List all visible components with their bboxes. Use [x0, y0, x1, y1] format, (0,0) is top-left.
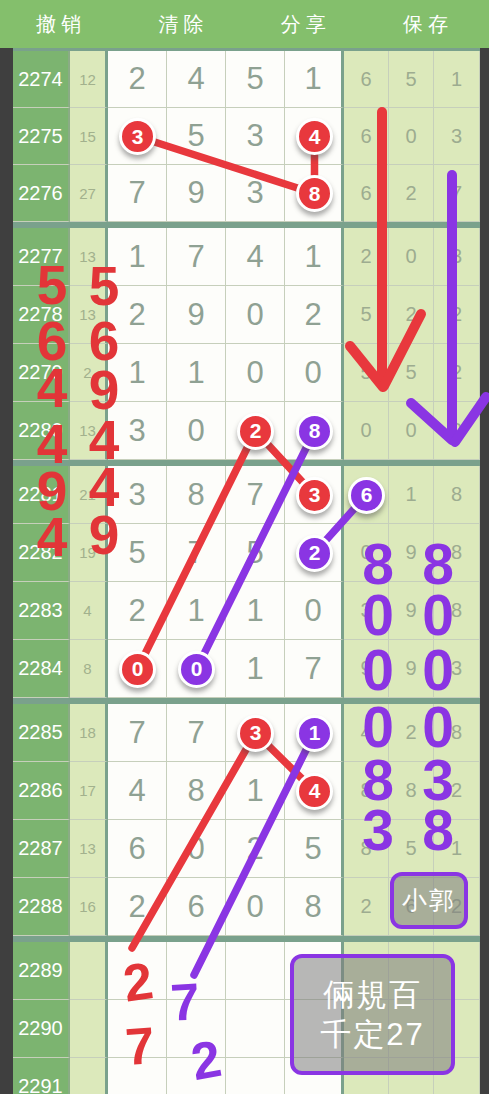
cell-2274-r1: 6: [344, 51, 389, 108]
cell-2276-d2: 9: [167, 165, 226, 222]
cell-2288-d2: 6: [167, 878, 226, 936]
period-2286: 2286: [13, 762, 70, 820]
sum-2286: 17: [70, 762, 108, 820]
grid-row-2277: 2277131741203: [13, 228, 480, 286]
handwritten-red-4: 4: [37, 361, 68, 416]
handwritten-red-5: 5: [89, 259, 120, 314]
cell-2286-d1: 4: [108, 762, 167, 820]
grid-row-2282: 2282195752098: [13, 524, 480, 582]
cell-2287-d4: 5: [285, 820, 344, 878]
cell-2285-d1: 7: [108, 704, 167, 762]
sum-2287: 13: [70, 820, 108, 878]
note-sticker-line1: 倆規百: [323, 975, 422, 1015]
cell-2281-d3: 7: [226, 466, 285, 524]
period-2285: 2285: [13, 704, 70, 762]
name-sticker[interactable]: 小郭: [390, 872, 468, 929]
sum-2275: 15: [70, 108, 108, 165]
grid-row-2279: 227921100552: [13, 344, 480, 402]
cell-2276-d3: 3: [226, 165, 285, 222]
handwritten-red-5: 5: [37, 258, 68, 313]
grid-row-2278: 2278132902522: [13, 286, 480, 344]
cell-2277-d3: 4: [226, 228, 285, 286]
cell-2284-d4: 7: [285, 640, 344, 698]
cell-2286-d3: 1: [226, 762, 285, 820]
handwritten-purple-0: 0: [362, 587, 394, 644]
cell-2283-d3: 1: [226, 582, 285, 640]
cell-2274-d1: 2: [108, 51, 167, 108]
handwritten-red-9: 9: [89, 508, 120, 563]
cell-2287-d1: 6: [108, 820, 167, 878]
cell-2283-d1: 2: [108, 582, 167, 640]
grid-row-2287: 2287136025851: [13, 820, 480, 878]
lottery-chart-app: 撤销 清除 分享 保存 2274122451651227515353460322…: [0, 0, 489, 1094]
circled-red-4-2275-d4: 4: [296, 118, 333, 155]
sum-2290: [70, 1000, 108, 1058]
cell-2274-d3: 5: [226, 51, 285, 108]
cell-2277-r2: 0: [389, 228, 434, 286]
period-2290: 2290: [13, 1000, 70, 1058]
cell-2277-r1: 2: [344, 228, 389, 286]
undo-button[interactable]: 撤销: [36, 11, 86, 38]
cell-2277-d4: 1: [285, 228, 344, 286]
circled-red-2-2280-d3: 2: [237, 413, 274, 450]
handwritten-purple-3: 3: [362, 802, 394, 859]
cell-2281-d2: 8: [167, 466, 226, 524]
sum-2288: 16: [70, 878, 108, 936]
period-2274: 2274: [13, 51, 70, 108]
cell-2288-d1: 2: [108, 878, 167, 936]
note-sticker-line2: 千定27: [320, 1015, 424, 1055]
handwritten-purple-0: 0: [422, 587, 454, 644]
grid-row-2275: 2275153534603: [13, 108, 480, 165]
sum-2285: 18: [70, 704, 108, 762]
cell-2278-r3: 2: [434, 286, 480, 344]
circled-red-0-2284-d1: 0: [119, 651, 156, 688]
period-2288: 2288: [13, 878, 70, 936]
cell-2288-r1: 2: [344, 878, 389, 936]
cell-2279-r1: 5: [344, 344, 389, 402]
cell-2278-d2: 9: [167, 286, 226, 344]
cell-2275-r1: 6: [344, 108, 389, 165]
cell-2284-d3: 1: [226, 640, 285, 698]
cell-2291-d3: [226, 1058, 285, 1094]
cell-2278-d4: 2: [285, 286, 344, 344]
grid-row-2286: 2286174814882: [13, 762, 480, 820]
cell-2280-r3: 0: [434, 402, 480, 460]
cell-2274-d2: 4: [167, 51, 226, 108]
handwritten-red-4: 4: [37, 510, 68, 565]
cell-2288-d3: 0: [226, 878, 285, 936]
cell-2275-d3: 3: [226, 108, 285, 165]
cell-2280-d2: 0: [167, 402, 226, 460]
period-2275: 2275: [13, 108, 70, 165]
circled-red-8-2276-d4: 8: [296, 175, 333, 212]
cell-2288-d4: 8: [285, 878, 344, 936]
grid-row-2276: 2276277938627: [13, 165, 480, 222]
circled-purple-6-2281-r1: 6: [348, 477, 385, 514]
grid-row-2274: 2274122451651: [13, 51, 480, 108]
circled-red-3-2285-d3: 3: [237, 715, 274, 752]
cell-2276-r2: 2: [389, 165, 434, 222]
handwritten-red-7: 7: [124, 1019, 156, 1073]
cell-2278-r1: 5: [344, 286, 389, 344]
period-2289: 2289: [13, 942, 70, 1000]
cell-2290-d3: [226, 1000, 285, 1058]
handwritten-purple-7: 7: [169, 975, 201, 1028]
save-button[interactable]: 保存: [403, 11, 453, 38]
cell-2287-d2: 0: [167, 820, 226, 878]
cell-2282-d2: 7: [167, 524, 226, 582]
cell-2283-d4: 0: [285, 582, 344, 640]
period-2287: 2287: [13, 820, 70, 878]
cell-2274-d4: 1: [285, 51, 344, 108]
circled-red-4-2286-d4: 4: [296, 773, 333, 810]
period-2284: 2284: [13, 640, 70, 698]
sum-2291: [70, 1058, 108, 1094]
cell-2278-r2: 2: [389, 286, 434, 344]
circled-red-3-2275-d1: 3: [119, 118, 156, 155]
cell-2275-r2: 0: [389, 108, 434, 165]
share-button[interactable]: 分享: [281, 11, 331, 38]
cell-2278-d3: 0: [226, 286, 285, 344]
grid-row-2281: 2281213873618: [13, 466, 480, 524]
cell-2289-d3: [226, 942, 285, 1000]
handwritten-purple-0: 0: [362, 642, 394, 699]
cell-2279-d2: 1: [167, 344, 226, 402]
cell-2281-r3: 8: [434, 466, 480, 524]
cell-2287-d3: 2: [226, 820, 285, 878]
cell-2276-r3: 7: [434, 165, 480, 222]
cell-2281-r2: 1: [389, 466, 434, 524]
cell-2282-d3: 5: [226, 524, 285, 582]
circled-red-3-2281-d4: 3: [296, 477, 333, 514]
period-2276: 2276: [13, 165, 70, 222]
cell-2276-r1: 6: [344, 165, 389, 222]
name-sticker-text: 小郭: [402, 884, 456, 917]
number-grid: 2274122451651227515353460322762779386272…: [13, 48, 480, 1094]
circled-purple-1-2285-d4: 1: [296, 715, 333, 752]
cell-2279-d4: 0: [285, 344, 344, 402]
sum-2289: [70, 942, 108, 1000]
period-2291: 2291: [13, 1058, 70, 1094]
circled-purple-0-2284-d2: 0: [178, 651, 215, 688]
sum-2274: 12: [70, 51, 108, 108]
cell-2279-d3: 0: [226, 344, 285, 402]
sum-2283: 4: [70, 582, 108, 640]
cell-2275-r3: 3: [434, 108, 480, 165]
toolbar: 撤销 清除 分享 保存: [0, 0, 489, 48]
cell-2275-d2: 5: [167, 108, 226, 165]
grid-row-2284: 228480017993: [13, 640, 480, 698]
handwritten-purple-8: 8: [422, 802, 454, 859]
cell-2274-r2: 5: [389, 51, 434, 108]
handwritten-purple-0: 0: [422, 642, 454, 699]
circled-purple-8-2280-d4: 8: [296, 413, 333, 450]
cell-2280-r2: 0: [389, 402, 434, 460]
cell-2286-d2: 8: [167, 762, 226, 820]
period-2283: 2283: [13, 582, 70, 640]
cell-2274-r3: 1: [434, 51, 480, 108]
sum-2276: 27: [70, 165, 108, 222]
cell-2279-r3: 2: [434, 344, 480, 402]
circled-purple-2-2282-d4: 2: [296, 535, 333, 572]
cell-2283-d2: 1: [167, 582, 226, 640]
cell-2276-d1: 7: [108, 165, 167, 222]
cell-2280-r1: 0: [344, 402, 389, 460]
note-sticker[interactable]: 倆規百 千定27: [290, 954, 455, 1075]
cell-2277-r3: 3: [434, 228, 480, 286]
cell-2285-d2: 7: [167, 704, 226, 762]
cell-2279-r2: 5: [389, 344, 434, 402]
sum-2284: 8: [70, 640, 108, 698]
grid-row-2283: 228342110398: [13, 582, 480, 640]
cell-2277-d2: 7: [167, 228, 226, 286]
clear-button[interactable]: 清除: [158, 11, 208, 38]
